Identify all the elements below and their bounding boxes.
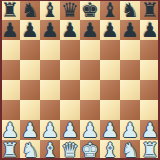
square-g4[interactable] (120, 80, 140, 100)
black-pawn[interactable]: ♟ (100, 20, 120, 40)
square-g1[interactable]: ♞ (120, 140, 140, 160)
white-pawn[interactable]: ♟ (60, 120, 80, 140)
square-a7[interactable]: ♟ (0, 20, 20, 40)
square-h1[interactable]: ♜ (140, 140, 160, 160)
square-a4[interactable] (0, 80, 20, 100)
white-pawn[interactable]: ♟ (120, 120, 140, 140)
square-b7[interactable]: ♟ (20, 20, 40, 40)
white-pawn[interactable]: ♟ (140, 120, 160, 140)
square-a2[interactable]: ♟ (0, 120, 20, 140)
black-queen[interactable]: ♛ (60, 0, 80, 20)
square-h7[interactable]: ♟ (140, 20, 160, 40)
square-c1[interactable]: ♝ (40, 140, 60, 160)
square-c7[interactable]: ♟ (40, 20, 60, 40)
square-d4[interactable] (60, 80, 80, 100)
square-f6[interactable] (100, 40, 120, 60)
square-e7[interactable]: ♟ (80, 20, 100, 40)
white-rook[interactable]: ♜ (140, 140, 160, 160)
square-f8[interactable]: ♝ (100, 0, 120, 20)
white-pawn[interactable]: ♟ (80, 120, 100, 140)
square-g5[interactable] (120, 60, 140, 80)
square-d5[interactable] (60, 60, 80, 80)
black-bishop[interactable]: ♝ (100, 0, 120, 20)
square-g8[interactable]: ♞ (120, 0, 140, 20)
square-a1[interactable]: ♜ (0, 140, 20, 160)
black-pawn[interactable]: ♟ (20, 20, 40, 40)
square-b2[interactable]: ♟ (20, 120, 40, 140)
black-rook[interactable]: ♜ (140, 0, 160, 20)
square-b3[interactable] (20, 100, 40, 120)
square-f2[interactable]: ♟ (100, 120, 120, 140)
square-h8[interactable]: ♜ (140, 0, 160, 20)
square-d3[interactable] (60, 100, 80, 120)
square-a5[interactable] (0, 60, 20, 80)
square-e1[interactable]: ♚ (80, 140, 100, 160)
black-pawn[interactable]: ♟ (120, 20, 140, 40)
square-a3[interactable] (0, 100, 20, 120)
square-d7[interactable]: ♟ (60, 20, 80, 40)
square-d8[interactable]: ♛ (60, 0, 80, 20)
square-d2[interactable]: ♟ (60, 120, 80, 140)
black-pawn[interactable]: ♟ (140, 20, 160, 40)
square-d1[interactable]: ♛ (60, 140, 80, 160)
square-e4[interactable] (80, 80, 100, 100)
square-c2[interactable]: ♟ (40, 120, 60, 140)
square-h2[interactable]: ♟ (140, 120, 160, 140)
white-knight[interactable]: ♞ (120, 140, 140, 160)
square-d6[interactable] (60, 40, 80, 60)
square-b5[interactable] (20, 60, 40, 80)
square-h5[interactable] (140, 60, 160, 80)
white-queen[interactable]: ♛ (60, 140, 80, 160)
square-h6[interactable] (140, 40, 160, 60)
black-pawn[interactable]: ♟ (40, 20, 60, 40)
square-f5[interactable] (100, 60, 120, 80)
white-king[interactable]: ♚ (80, 140, 100, 160)
square-f3[interactable] (100, 100, 120, 120)
square-g6[interactable] (120, 40, 140, 60)
white-pawn[interactable]: ♟ (0, 120, 20, 140)
square-c6[interactable] (40, 40, 60, 60)
square-b8[interactable]: ♞ (20, 0, 40, 20)
black-knight[interactable]: ♞ (20, 0, 40, 20)
square-h4[interactable] (140, 80, 160, 100)
white-knight[interactable]: ♞ (20, 140, 40, 160)
white-pawn[interactable]: ♟ (40, 120, 60, 140)
square-c3[interactable] (40, 100, 60, 120)
white-pawn[interactable]: ♟ (100, 120, 120, 140)
square-a6[interactable] (0, 40, 20, 60)
square-c5[interactable] (40, 60, 60, 80)
white-rook[interactable]: ♜ (0, 140, 20, 160)
square-f7[interactable]: ♟ (100, 20, 120, 40)
black-pawn[interactable]: ♟ (60, 20, 80, 40)
square-b1[interactable]: ♞ (20, 140, 40, 160)
square-b6[interactable] (20, 40, 40, 60)
square-a8[interactable]: ♜ (0, 0, 20, 20)
chess-board: ♜♞♝♛♚♝♞♜♟♟♟♟♟♟♟♟♟♟♟♟♟♟♟♟♜♞♝♛♚♝♞♜ (0, 0, 160, 160)
square-e3[interactable] (80, 100, 100, 120)
square-g2[interactable]: ♟ (120, 120, 140, 140)
square-c8[interactable]: ♝ (40, 0, 60, 20)
black-pawn[interactable]: ♟ (0, 20, 20, 40)
white-pawn[interactable]: ♟ (20, 120, 40, 140)
square-f1[interactable]: ♝ (100, 140, 120, 160)
white-bishop[interactable]: ♝ (40, 140, 60, 160)
square-e6[interactable] (80, 40, 100, 60)
square-b4[interactable] (20, 80, 40, 100)
black-pawn[interactable]: ♟ (80, 20, 100, 40)
square-e2[interactable]: ♟ (80, 120, 100, 140)
black-king[interactable]: ♚ (80, 0, 100, 20)
square-e8[interactable]: ♚ (80, 0, 100, 20)
square-g3[interactable] (120, 100, 140, 120)
white-bishop[interactable]: ♝ (100, 140, 120, 160)
square-f4[interactable] (100, 80, 120, 100)
square-h3[interactable] (140, 100, 160, 120)
square-g7[interactable]: ♟ (120, 20, 140, 40)
black-rook[interactable]: ♜ (0, 0, 20, 20)
black-bishop[interactable]: ♝ (40, 0, 60, 20)
square-e5[interactable] (80, 60, 100, 80)
black-knight[interactable]: ♞ (120, 0, 140, 20)
square-c4[interactable] (40, 80, 60, 100)
